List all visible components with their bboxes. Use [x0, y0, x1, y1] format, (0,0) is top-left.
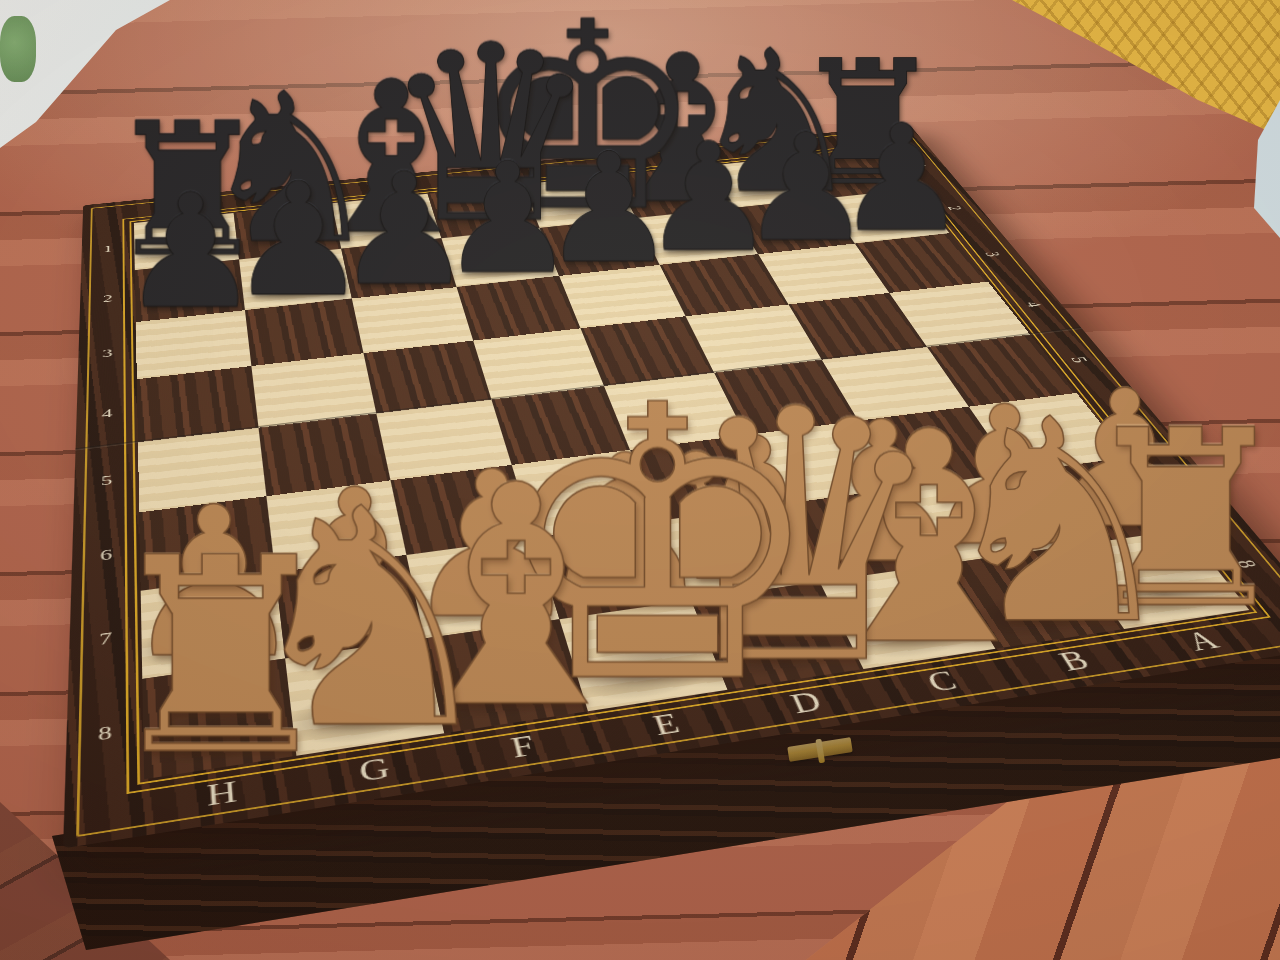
rank-label: 4: [76, 379, 138, 450]
board-square[interactable]: ♟: [135, 259, 245, 322]
rank-label: 3: [78, 322, 137, 386]
board-square[interactable]: [352, 287, 473, 353]
piece-white-rook[interactable]: ♜: [100, 549, 342, 765]
photo-stage: ♜♞♝♛♚♝♞♜♟♟♟♟♟♟♟♟♟♟♟♟♟♟♟♟♜♞♝♚♛♝♞♜ 1234567…: [0, 0, 1280, 960]
board-square[interactable]: ♜: [142, 659, 296, 780]
board-square[interactable]: [245, 299, 364, 367]
plant-leaf: [0, 16, 36, 82]
piece-black-pawn[interactable]: ♟: [120, 188, 262, 314]
